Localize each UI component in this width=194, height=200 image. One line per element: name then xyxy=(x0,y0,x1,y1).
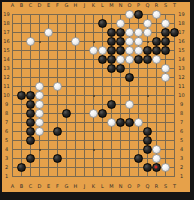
coord-label-right-5: 5 xyxy=(177,138,186,143)
coord-label-left-17: 17 xyxy=(3,30,10,35)
coord-label-left-7: 7 xyxy=(3,120,10,125)
stone-white-S13 xyxy=(161,64,170,73)
coord-label-left-9: 9 xyxy=(3,102,10,107)
coord-label-top-Q: Q xyxy=(144,3,151,8)
stone-black-M17 xyxy=(107,28,116,37)
coord-label-right-12: 12 xyxy=(177,75,186,80)
stone-black-O7 xyxy=(125,118,134,127)
coord-label-left-8: 8 xyxy=(3,111,10,116)
stone-white-D6 xyxy=(35,127,44,136)
stone-black-C9 xyxy=(26,100,35,109)
stone-white-S2 xyxy=(161,163,170,172)
stone-black-C5 xyxy=(26,136,35,145)
stone-black-S15 xyxy=(161,46,170,55)
coord-label-top-O: O xyxy=(126,3,133,8)
stone-white-O14 xyxy=(125,55,134,64)
coord-label-right-6: 6 xyxy=(177,129,186,134)
coord-label-top-A: A xyxy=(9,3,16,8)
stone-white-Q17 xyxy=(143,28,152,37)
stone-black-Q5 xyxy=(143,136,152,145)
coord-label-left-12: 12 xyxy=(3,75,10,80)
coord-label-left-6: 6 xyxy=(3,129,10,134)
coord-label-right-7: 7 xyxy=(177,120,186,125)
stone-white-P15 xyxy=(134,46,143,55)
stone-black-N17 xyxy=(116,28,125,37)
coord-label-right-11: 11 xyxy=(177,84,186,89)
last-move-marker xyxy=(155,166,158,169)
stone-black-F6 xyxy=(53,127,62,136)
coord-label-left-13: 13 xyxy=(3,66,10,71)
coord-label-left-15: 15 xyxy=(3,48,10,53)
coord-label-left-19: 19 xyxy=(3,12,10,17)
coord-label-top-C: C xyxy=(27,3,34,8)
coord-label-bottom-R: R xyxy=(153,184,160,189)
coord-label-bottom-J: J xyxy=(81,184,88,189)
grid-line-vertical xyxy=(102,14,103,177)
coord-label-top-G: G xyxy=(63,3,70,8)
stone-black-N13 xyxy=(116,64,125,73)
stone-white-Q18 xyxy=(143,19,152,28)
coord-label-top-N: N xyxy=(117,3,124,8)
coord-label-left-14: 14 xyxy=(3,57,10,62)
stone-black-Q4 xyxy=(143,145,152,154)
coord-label-right-16: 16 xyxy=(177,39,186,44)
stone-white-N18 xyxy=(116,19,125,28)
coord-label-top-T: T xyxy=(171,3,178,8)
stone-black-L14 xyxy=(98,55,107,64)
coord-label-right-14: 14 xyxy=(177,57,186,62)
coord-label-right-13: 13 xyxy=(177,66,186,71)
stone-white-P7 xyxy=(134,118,143,127)
coord-label-left-11: 11 xyxy=(3,84,10,89)
star-point-D16 xyxy=(39,41,41,43)
coord-label-top-L: L xyxy=(99,3,106,8)
stone-black-Q6 xyxy=(143,127,152,136)
stone-white-O9 xyxy=(125,100,134,109)
stone-white-O17 xyxy=(125,28,134,37)
grid-line-horizontal xyxy=(12,158,175,159)
coord-label-top-F: F xyxy=(54,3,61,8)
stone-black-N15 xyxy=(116,46,125,55)
stone-black-C10 xyxy=(26,91,35,100)
coord-label-right-3: 3 xyxy=(177,156,186,161)
coord-label-right-8: 8 xyxy=(177,111,186,116)
coord-label-left-2: 2 xyxy=(3,165,10,170)
coord-label-bottom-N: N xyxy=(117,184,124,189)
stone-white-R3 xyxy=(152,154,161,163)
coord-label-bottom-L: L xyxy=(99,184,106,189)
stone-white-D7 xyxy=(35,118,44,127)
stone-black-S16 xyxy=(161,37,170,46)
coord-label-top-M: M xyxy=(108,3,115,8)
stone-black-G8 xyxy=(62,109,71,118)
stone-white-R19 xyxy=(152,10,161,19)
coord-label-left-16: 16 xyxy=(3,39,10,44)
stone-black-Q15 xyxy=(143,46,152,55)
stone-black-M16 xyxy=(107,37,116,46)
coord-label-top-B: B xyxy=(18,3,25,8)
stone-white-P16 xyxy=(134,37,143,46)
coord-label-right-19: 19 xyxy=(177,12,186,17)
coord-label-bottom-K: K xyxy=(90,184,97,189)
stone-white-N14 xyxy=(116,55,125,64)
coord-label-bottom-H: H xyxy=(72,184,79,189)
stone-black-R16 xyxy=(152,37,161,46)
stone-white-E17 xyxy=(44,28,53,37)
stone-white-S18 xyxy=(161,19,170,28)
coord-label-bottom-A: A xyxy=(9,184,16,189)
stone-white-D8 xyxy=(35,109,44,118)
coord-label-left-5: 5 xyxy=(3,138,10,143)
coord-label-right-2: 2 xyxy=(177,165,186,170)
stone-black-C6 xyxy=(26,127,35,136)
stone-white-M7 xyxy=(107,118,116,127)
coord-label-top-K: K xyxy=(90,3,97,8)
stone-black-N16 xyxy=(116,37,125,46)
go-board[interactable]: AABBCCDDEEFFGGHHJJKKLLMMNNOOPPQQRRSSTT19… xyxy=(2,2,190,192)
coord-label-bottom-C: C xyxy=(27,184,34,189)
stone-black-M13 xyxy=(107,64,116,73)
coord-label-right-9: 9 xyxy=(177,102,186,107)
stone-black-B10 xyxy=(17,91,26,100)
stone-white-S12 xyxy=(161,73,170,82)
coord-label-top-R: R xyxy=(153,3,160,8)
stone-white-C16 xyxy=(26,37,35,46)
coord-label-bottom-B: B xyxy=(18,184,25,189)
coord-label-right-10: 10 xyxy=(177,93,186,98)
stone-black-N7 xyxy=(116,118,125,127)
stone-white-R14 xyxy=(152,55,161,64)
stone-white-F11 xyxy=(53,82,62,91)
coord-label-bottom-T: T xyxy=(171,184,178,189)
coord-label-bottom-E: E xyxy=(45,184,52,189)
stone-white-D11 xyxy=(35,82,44,91)
coord-label-bottom-G: G xyxy=(63,184,70,189)
stone-black-C7 xyxy=(26,118,35,127)
stone-white-O19 xyxy=(125,10,134,19)
coord-label-bottom-F: F xyxy=(54,184,61,189)
stone-black-T17 xyxy=(170,28,179,37)
stone-black-M9 xyxy=(107,100,116,109)
stone-white-H16 xyxy=(71,37,80,46)
coord-label-top-H: H xyxy=(72,3,79,8)
stone-black-O12 xyxy=(125,73,134,82)
stone-black-L18 xyxy=(98,19,107,28)
coord-label-right-15: 15 xyxy=(177,48,186,53)
coord-label-right-18: 18 xyxy=(177,21,186,26)
coord-label-left-10: 10 xyxy=(3,93,10,98)
stone-black-Q14 xyxy=(143,55,152,64)
stone-black-P19 xyxy=(134,10,143,19)
stone-white-O16 xyxy=(125,37,134,46)
goban-screenshot-frame: AABBCCDDEEFFGGHHJJKKLLMMNNOOPPQQRRSSTT19… xyxy=(0,0,194,200)
coord-label-bottom-S: S xyxy=(162,184,169,189)
coord-label-top-E: E xyxy=(45,3,52,8)
stone-black-Q2 xyxy=(143,163,152,172)
coord-label-bottom-D: D xyxy=(36,184,43,189)
coord-label-right-1: 1 xyxy=(177,174,186,179)
stone-black-B2 xyxy=(17,163,26,172)
stone-white-O15 xyxy=(125,46,134,55)
stone-black-M15 xyxy=(107,46,116,55)
stone-white-D9 xyxy=(35,100,44,109)
stone-black-F3 xyxy=(53,154,62,163)
star-point-K16 xyxy=(93,41,95,43)
stone-black-R2 xyxy=(152,163,161,172)
coord-label-bottom-Q: Q xyxy=(144,184,151,189)
coord-label-right-4: 4 xyxy=(177,147,186,152)
stone-black-L8 xyxy=(98,109,107,118)
star-point-K4 xyxy=(93,149,95,151)
coord-label-left-1: 1 xyxy=(3,174,10,179)
coord-label-top-D: D xyxy=(36,3,43,8)
coord-label-left-18: 18 xyxy=(3,21,10,26)
star-point-D4 xyxy=(39,149,41,151)
coord-label-top-P: P xyxy=(135,3,142,8)
stone-black-R15 xyxy=(152,46,161,55)
grid-line-horizontal xyxy=(12,176,175,177)
coord-label-bottom-M: M xyxy=(108,184,115,189)
stone-black-M14 xyxy=(107,55,116,64)
grid-line-vertical xyxy=(174,14,175,177)
coord-label-top-J: J xyxy=(81,3,88,8)
star-point-K10 xyxy=(93,95,95,97)
stone-white-K15 xyxy=(89,46,98,55)
stone-black-P14 xyxy=(134,55,143,64)
coord-label-bottom-O: O xyxy=(126,184,133,189)
stone-white-P17 xyxy=(134,28,143,37)
stone-white-L15 xyxy=(98,46,107,55)
coord-label-top-S: S xyxy=(162,3,169,8)
stone-white-D10 xyxy=(35,91,44,100)
coord-label-left-3: 3 xyxy=(3,156,10,161)
stone-white-R4 xyxy=(152,145,161,154)
coord-label-left-4: 4 xyxy=(3,147,10,152)
star-point-Q16 xyxy=(147,41,149,43)
stone-black-C3 xyxy=(26,154,35,163)
stone-black-P3 xyxy=(134,154,143,163)
star-point-Q10 xyxy=(147,95,149,97)
stone-white-K8 xyxy=(89,109,98,118)
stone-black-S17 xyxy=(161,28,170,37)
stone-black-C8 xyxy=(26,109,35,118)
coord-label-bottom-P: P xyxy=(135,184,142,189)
